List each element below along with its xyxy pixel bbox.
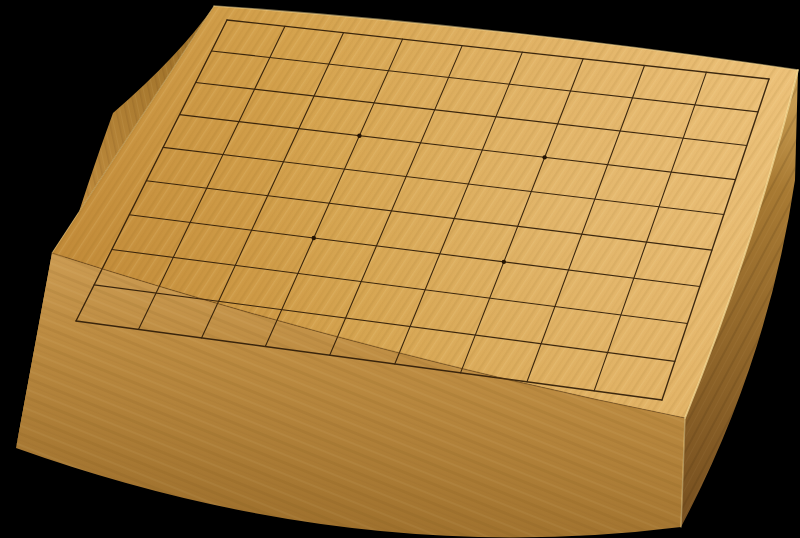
star-point: [357, 133, 361, 137]
star-point: [542, 155, 546, 159]
board-scene: [0, 0, 800, 538]
star-point: [312, 236, 316, 240]
shogi-board: [0, 0, 800, 538]
star-point: [502, 260, 506, 264]
